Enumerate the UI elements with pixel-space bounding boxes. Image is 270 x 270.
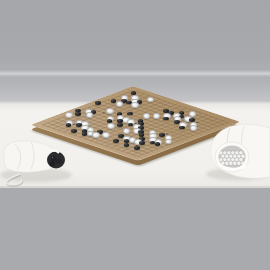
foreground-floor bbox=[0, 188, 270, 270]
black-stone-in-bag bbox=[51, 156, 56, 161]
white-stones-in-bag bbox=[219, 151, 246, 166]
bag-opening bbox=[47, 152, 65, 169]
wall-highlight-line bbox=[0, 70, 270, 77]
stone-highlight bbox=[52, 157, 53, 158]
black-stone-in-bag bbox=[50, 161, 55, 166]
white-stone-bag bbox=[180, 113, 270, 185]
black-stone-bag bbox=[0, 135, 105, 192]
black-stone-in-bag bbox=[56, 159, 61, 164]
